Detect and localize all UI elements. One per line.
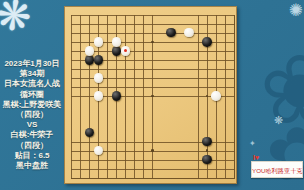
black-stone-glyph xyxy=(112,91,121,100)
star-point xyxy=(148,92,157,101)
star-point xyxy=(202,146,211,155)
white-stone-glyph xyxy=(121,46,130,55)
star-point-dot xyxy=(151,95,154,98)
white-stone xyxy=(94,146,103,155)
black-stone xyxy=(202,155,211,164)
white-stone xyxy=(85,46,94,55)
vs-label: VS xyxy=(0,120,70,130)
komi-label: 贴目：6.5 xyxy=(0,151,70,161)
black-stone-glyph xyxy=(112,46,121,55)
white-stone-glyph xyxy=(112,37,121,46)
star-point-dot xyxy=(151,149,154,152)
white-stone-glyph xyxy=(94,73,103,82)
black-stone-glyph xyxy=(94,55,103,64)
white-stone xyxy=(112,37,121,46)
white-stone-glyph xyxy=(184,28,193,37)
game-info-panel: 2023年1月30日 第34期 日本女流名人战 循环圈 黑棋:上野爱咲美 （四段… xyxy=(0,59,70,171)
game-date: 2023年1月30日 xyxy=(0,59,70,69)
uploader-watermark: I♥ YOU哈利路亚十克 xyxy=(251,154,303,178)
black-stone-glyph xyxy=(166,28,175,37)
white-stone xyxy=(212,92,221,101)
board-intersections xyxy=(67,10,239,182)
firework-icon: ❋ xyxy=(274,114,283,127)
white-player-name: 白棋:牛荣子 xyxy=(0,130,70,140)
white-stone xyxy=(121,46,130,55)
black-stone-glyph xyxy=(85,55,94,64)
star-point-dot xyxy=(206,149,209,152)
black-stone xyxy=(85,128,94,137)
flower-logo-icon: ❋ xyxy=(0,0,34,40)
star-point xyxy=(148,37,157,46)
black-stone xyxy=(94,55,103,64)
event-name: 日本女流名人战 xyxy=(0,79,70,89)
result-label: 黑中盘胜 xyxy=(0,161,70,171)
watermark-name-text: YOU哈利路亚十克 xyxy=(251,161,303,178)
star-point-dot xyxy=(206,95,209,98)
white-stone xyxy=(94,37,103,46)
go-board xyxy=(64,6,237,184)
video-thumbnail: ❋ 2023年1月30日 第34期 日本女流名人战 循环圈 黑棋:上野爱咲美 （… xyxy=(0,0,304,190)
last-move-marker xyxy=(124,49,127,52)
black-stone xyxy=(202,37,211,46)
white-stone-glyph xyxy=(94,91,103,100)
white-player-rank: （四段） xyxy=(0,141,70,151)
star-point xyxy=(202,92,211,101)
white-stone-glyph xyxy=(85,46,94,55)
black-stone xyxy=(112,46,121,55)
white-stone-glyph xyxy=(94,37,103,46)
black-stone-glyph xyxy=(85,128,94,137)
black-player-rank: （四段） xyxy=(0,110,70,120)
black-stone xyxy=(112,92,121,101)
black-stone-glyph xyxy=(202,155,211,164)
firework-icon: ✺ xyxy=(289,0,303,21)
black-stone-glyph xyxy=(202,37,211,46)
sparkle-icon: ✦ xyxy=(249,139,256,148)
white-stone xyxy=(184,28,193,37)
black-stone xyxy=(166,28,175,37)
event-edition: 第34期 xyxy=(0,69,70,79)
black-stone-glyph xyxy=(202,137,211,146)
event-stage: 循环圈 xyxy=(0,90,70,100)
black-stone xyxy=(85,55,94,64)
white-stone xyxy=(94,92,103,101)
watermark-heart-text: I♥ xyxy=(253,154,303,161)
star-point-dot xyxy=(151,41,154,44)
black-player-name: 黑棋:上野爱咲美 xyxy=(0,100,70,110)
white-stone xyxy=(94,73,103,82)
black-stone xyxy=(202,137,211,146)
white-stone-glyph xyxy=(211,91,220,100)
star-point xyxy=(148,146,157,155)
white-stone-glyph xyxy=(94,146,103,155)
